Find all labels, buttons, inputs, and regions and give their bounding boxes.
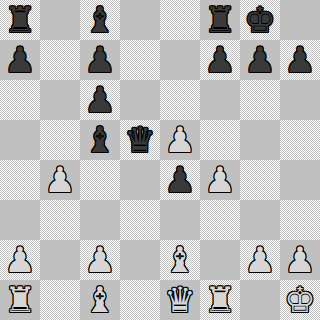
square-a8[interactable]: ♜ — [0, 0, 40, 40]
square-e4[interactable]: ♟ — [160, 160, 200, 200]
square-f2[interactable] — [200, 240, 240, 280]
square-f5[interactable] — [200, 120, 240, 160]
square-b1[interactable] — [40, 280, 80, 320]
square-c2[interactable]: ♟ — [80, 240, 120, 280]
square-b3[interactable] — [40, 200, 80, 240]
square-g3[interactable] — [240, 200, 280, 240]
chess-board: ♜♝♜♚♟♟♟♟♟♟♝♛♟♟♟♟♟♟♝♟♟♜♝♛♜♚ — [0, 0, 320, 320]
square-a5[interactable] — [0, 120, 40, 160]
square-h6[interactable] — [280, 80, 320, 120]
square-b2[interactable] — [40, 240, 80, 280]
white-king-h1[interactable]: ♚ — [284, 283, 315, 318]
square-e8[interactable] — [160, 0, 200, 40]
black-bishop-c8[interactable]: ♝ — [84, 3, 115, 38]
square-h3[interactable] — [280, 200, 320, 240]
white-pawn-f4[interactable]: ♟ — [204, 163, 235, 198]
square-a6[interactable] — [0, 80, 40, 120]
square-b6[interactable] — [40, 80, 80, 120]
square-h7[interactable]: ♟ — [280, 40, 320, 80]
square-e1[interactable]: ♛ — [160, 280, 200, 320]
square-h8[interactable] — [280, 0, 320, 40]
square-f3[interactable] — [200, 200, 240, 240]
square-a2[interactable]: ♟ — [0, 240, 40, 280]
square-c8[interactable]: ♝ — [80, 0, 120, 40]
black-rook-f8[interactable]: ♜ — [204, 3, 235, 38]
square-h4[interactable] — [280, 160, 320, 200]
square-g8[interactable]: ♚ — [240, 0, 280, 40]
square-g7[interactable]: ♟ — [240, 40, 280, 80]
square-h1[interactable]: ♚ — [280, 280, 320, 320]
black-king-g8[interactable]: ♚ — [244, 3, 275, 38]
square-b7[interactable] — [40, 40, 80, 80]
square-g4[interactable] — [240, 160, 280, 200]
square-d8[interactable] — [120, 0, 160, 40]
black-pawn-e4[interactable]: ♟ — [164, 163, 195, 198]
square-d4[interactable] — [120, 160, 160, 200]
square-c3[interactable] — [80, 200, 120, 240]
square-a4[interactable] — [0, 160, 40, 200]
square-f1[interactable]: ♜ — [200, 280, 240, 320]
square-g1[interactable] — [240, 280, 280, 320]
square-c4[interactable] — [80, 160, 120, 200]
black-pawn-c6[interactable]: ♟ — [84, 83, 115, 118]
square-b4[interactable]: ♟ — [40, 160, 80, 200]
square-a1[interactable]: ♜ — [0, 280, 40, 320]
white-pawn-e5[interactable]: ♟ — [164, 123, 195, 158]
black-pawn-a7[interactable]: ♟ — [4, 43, 35, 78]
white-pawn-h2[interactable]: ♟ — [284, 243, 315, 278]
square-g2[interactable]: ♟ — [240, 240, 280, 280]
square-f8[interactable]: ♜ — [200, 0, 240, 40]
square-f7[interactable]: ♟ — [200, 40, 240, 80]
square-c6[interactable]: ♟ — [80, 80, 120, 120]
black-queen-d5[interactable]: ♛ — [124, 123, 155, 158]
square-g6[interactable] — [240, 80, 280, 120]
white-rook-a1[interactable]: ♜ — [4, 283, 35, 318]
square-e5[interactable]: ♟ — [160, 120, 200, 160]
black-pawn-h7[interactable]: ♟ — [284, 43, 315, 78]
square-c5[interactable]: ♝ — [80, 120, 120, 160]
white-pawn-c2[interactable]: ♟ — [84, 243, 115, 278]
black-rook-a8[interactable]: ♜ — [4, 3, 35, 38]
white-pawn-b4[interactable]: ♟ — [44, 163, 75, 198]
square-d5[interactable]: ♛ — [120, 120, 160, 160]
square-c1[interactable]: ♝ — [80, 280, 120, 320]
square-e3[interactable] — [160, 200, 200, 240]
white-pawn-g2[interactable]: ♟ — [244, 243, 275, 278]
square-a3[interactable] — [0, 200, 40, 240]
black-pawn-g7[interactable]: ♟ — [244, 43, 275, 78]
black-pawn-c7[interactable]: ♟ — [84, 43, 115, 78]
black-pawn-f7[interactable]: ♟ — [204, 43, 235, 78]
square-d7[interactable] — [120, 40, 160, 80]
square-e2[interactable]: ♝ — [160, 240, 200, 280]
white-rook-f1[interactable]: ♜ — [204, 283, 235, 318]
square-g5[interactable] — [240, 120, 280, 160]
square-d2[interactable] — [120, 240, 160, 280]
white-bishop-c1[interactable]: ♝ — [84, 283, 115, 318]
black-bishop-c5[interactable]: ♝ — [84, 123, 115, 158]
white-queen-e1[interactable]: ♛ — [164, 283, 195, 318]
square-d1[interactable] — [120, 280, 160, 320]
square-b5[interactable] — [40, 120, 80, 160]
square-d3[interactable] — [120, 200, 160, 240]
square-f4[interactable]: ♟ — [200, 160, 240, 200]
square-f6[interactable] — [200, 80, 240, 120]
square-e6[interactable] — [160, 80, 200, 120]
square-a7[interactable]: ♟ — [0, 40, 40, 80]
square-e7[interactable] — [160, 40, 200, 80]
square-b8[interactable] — [40, 0, 80, 40]
square-d6[interactable] — [120, 80, 160, 120]
square-h2[interactable]: ♟ — [280, 240, 320, 280]
white-pawn-a2[interactable]: ♟ — [4, 243, 35, 278]
square-c7[interactable]: ♟ — [80, 40, 120, 80]
white-bishop-e2[interactable]: ♝ — [164, 243, 195, 278]
square-h5[interactable] — [280, 120, 320, 160]
